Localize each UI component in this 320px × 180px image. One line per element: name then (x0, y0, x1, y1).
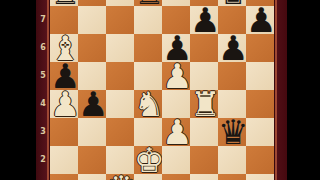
chess-video-frame: 87654321 ♜♜♚♟♟♝♟♟♟♟♟♟♞♜♟♛♚♛ (0, 0, 320, 180)
square-d2[interactable]: ♚ (134, 146, 162, 174)
square-a4[interactable]: ♟ (50, 90, 78, 118)
square-d1[interactable] (134, 174, 162, 180)
piece-black-queen: ♛ (218, 118, 246, 146)
square-h1[interactable] (246, 174, 274, 180)
square-g3[interactable]: ♛ (218, 118, 246, 146)
square-f3[interactable] (190, 118, 218, 146)
square-c3[interactable] (106, 118, 134, 146)
square-g6[interactable]: ♟ (218, 34, 246, 62)
piece-white-queen: ♛ (106, 174, 134, 180)
piece-white-pawn: ♟ (50, 90, 78, 118)
square-f6[interactable] (190, 34, 218, 62)
rank-label-2: 2 (36, 146, 50, 174)
square-f7[interactable]: ♟ (190, 6, 218, 34)
piece-black-pawn: ♟ (246, 6, 274, 34)
square-d6[interactable] (134, 34, 162, 62)
square-f1[interactable] (190, 174, 218, 180)
piece-white-pawn: ♟ (162, 118, 190, 146)
square-h4[interactable] (246, 90, 274, 118)
piece-white-knight: ♞ (134, 90, 162, 118)
square-b7[interactable] (78, 6, 106, 34)
piece-black-pawn: ♟ (190, 6, 218, 34)
square-e2[interactable] (162, 146, 190, 174)
square-h2[interactable] (246, 146, 274, 174)
square-c5[interactable] (106, 62, 134, 90)
square-d7[interactable] (134, 6, 162, 34)
square-b1[interactable] (78, 174, 106, 180)
square-b4[interactable]: ♟ (78, 90, 106, 118)
square-g2[interactable] (218, 146, 246, 174)
square-f2[interactable] (190, 146, 218, 174)
square-c7[interactable] (106, 6, 134, 34)
rank-label-6: 6 (36, 34, 50, 62)
square-g5[interactable] (218, 62, 246, 90)
piece-white-pawn: ♟ (162, 62, 190, 90)
square-e3[interactable]: ♟ (162, 118, 190, 146)
board-frame: 87654321 ♜♜♚♟♟♝♟♟♟♟♟♟♞♜♟♛♚♛ (36, 0, 287, 180)
square-b6[interactable] (78, 34, 106, 62)
square-b3[interactable] (78, 118, 106, 146)
square-e1[interactable] (162, 174, 190, 180)
square-a2[interactable] (50, 146, 78, 174)
square-e5[interactable]: ♟ (162, 62, 190, 90)
square-a3[interactable] (50, 118, 78, 146)
square-c6[interactable] (106, 34, 134, 62)
square-h5[interactable] (246, 62, 274, 90)
rank-labels-column: 87654321 (36, 0, 50, 180)
piece-black-pawn: ♟ (218, 34, 246, 62)
rank-label-1: 1 (36, 174, 50, 180)
rank-label-7: 7 (36, 6, 50, 34)
square-h7[interactable]: ♟ (246, 6, 274, 34)
square-f4[interactable]: ♜ (190, 90, 218, 118)
square-a1[interactable] (50, 174, 78, 180)
square-c1[interactable]: ♛ (106, 174, 134, 180)
rank-label-3: 3 (36, 118, 50, 146)
square-h6[interactable] (246, 34, 274, 62)
rank-label-5: 5 (36, 62, 50, 90)
square-c4[interactable] (106, 90, 134, 118)
piece-black-pawn: ♟ (78, 90, 106, 118)
square-g1[interactable] (218, 174, 246, 180)
piece-white-king: ♚ (134, 146, 162, 174)
square-d4[interactable]: ♞ (134, 90, 162, 118)
rank-label-4: 4 (36, 90, 50, 118)
piece-white-rook: ♜ (190, 90, 218, 118)
square-h3[interactable] (246, 118, 274, 146)
square-b2[interactable] (78, 146, 106, 174)
chess-board: ♜♜♚♟♟♝♟♟♟♟♟♟♞♜♟♛♚♛ (50, 0, 274, 180)
